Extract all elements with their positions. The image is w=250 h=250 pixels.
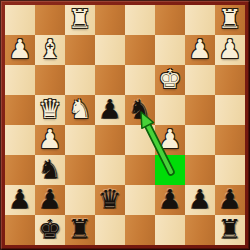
black-pawn[interactable]: ♟: [8, 184, 31, 214]
square-g1[interactable]: [185, 215, 215, 245]
square-f2[interactable]: ♟: [155, 185, 185, 215]
black-pawn[interactable]: ♟: [98, 94, 121, 124]
black-pawn[interactable]: ♟: [158, 184, 181, 214]
square-f4[interactable]: ♟: [155, 125, 185, 155]
square-f8[interactable]: [155, 5, 185, 35]
black-pawn[interactable]: ♟: [188, 184, 211, 214]
square-d6[interactable]: [95, 65, 125, 95]
square-e5[interactable]: ♞: [125, 95, 155, 125]
chess-board: ♜♜♟♝♟♟♚♛♞♟♞♟♟♞♟♟♛♟♟♟♚♜♜: [5, 5, 245, 245]
square-b7[interactable]: ♝: [35, 35, 65, 65]
square-e1[interactable]: [125, 215, 155, 245]
square-d3[interactable]: [95, 155, 125, 185]
square-c7[interactable]: [65, 35, 95, 65]
square-h8[interactable]: ♜: [215, 5, 245, 35]
white-pawn[interactable]: ♟: [8, 34, 31, 64]
black-pawn[interactable]: ♟: [38, 184, 61, 214]
square-d2[interactable]: ♛: [95, 185, 125, 215]
square-g4[interactable]: [185, 125, 215, 155]
white-pawn[interactable]: ♟: [38, 124, 61, 154]
square-c1[interactable]: ♜: [65, 215, 95, 245]
square-c5[interactable]: ♞: [65, 95, 95, 125]
square-b8[interactable]: [35, 5, 65, 35]
square-d4[interactable]: [95, 125, 125, 155]
square-h7[interactable]: ♟: [215, 35, 245, 65]
black-queen[interactable]: ♛: [98, 184, 121, 214]
square-e4[interactable]: [125, 125, 155, 155]
white-rook[interactable]: ♜: [218, 4, 241, 34]
square-a2[interactable]: ♟: [5, 185, 35, 215]
square-h6[interactable]: [215, 65, 245, 95]
white-bishop[interactable]: ♝: [38, 34, 61, 64]
square-d1[interactable]: [95, 215, 125, 245]
white-pawn[interactable]: ♟: [188, 34, 211, 64]
square-a5[interactable]: [5, 95, 35, 125]
square-f7[interactable]: [155, 35, 185, 65]
square-c6[interactable]: [65, 65, 95, 95]
square-e3[interactable]: [125, 155, 155, 185]
white-pawn[interactable]: ♟: [158, 124, 181, 154]
square-g2[interactable]: ♟: [185, 185, 215, 215]
square-d7[interactable]: [95, 35, 125, 65]
board-frame: ♜♜♟♝♟♟♚♛♞♟♞♟♟♞♟♟♛♟♟♟♚♜♜: [0, 0, 250, 250]
square-f3[interactable]: [155, 155, 185, 185]
square-a7[interactable]: ♟: [5, 35, 35, 65]
square-e2[interactable]: [125, 185, 155, 215]
square-c8[interactable]: ♜: [65, 5, 95, 35]
square-a1[interactable]: [5, 215, 35, 245]
square-g3[interactable]: [185, 155, 215, 185]
square-e8[interactable]: [125, 5, 155, 35]
square-b6[interactable]: [35, 65, 65, 95]
square-a3[interactable]: [5, 155, 35, 185]
black-knight[interactable]: ♞: [38, 154, 61, 184]
square-b2[interactable]: ♟: [35, 185, 65, 215]
square-h4[interactable]: [215, 125, 245, 155]
square-h5[interactable]: [215, 95, 245, 125]
square-b5[interactable]: ♛: [35, 95, 65, 125]
square-b1[interactable]: ♚: [35, 215, 65, 245]
square-h1[interactable]: ♜: [215, 215, 245, 245]
square-d8[interactable]: [95, 5, 125, 35]
white-knight[interactable]: ♞: [68, 94, 91, 124]
square-e6[interactable]: [125, 65, 155, 95]
white-king[interactable]: ♚: [158, 64, 181, 94]
square-g6[interactable]: [185, 65, 215, 95]
square-c3[interactable]: [65, 155, 95, 185]
square-c4[interactable]: [65, 125, 95, 155]
square-h3[interactable]: [215, 155, 245, 185]
white-queen[interactable]: ♛: [38, 94, 61, 124]
square-c2[interactable]: [65, 185, 95, 215]
square-f1[interactable]: [155, 215, 185, 245]
white-rook[interactable]: ♜: [68, 4, 91, 34]
square-g5[interactable]: [185, 95, 215, 125]
square-a4[interactable]: [5, 125, 35, 155]
black-knight[interactable]: ♞: [128, 94, 151, 124]
black-pawn[interactable]: ♟: [218, 184, 241, 214]
black-rook[interactable]: ♜: [218, 214, 241, 244]
square-b3[interactable]: ♞: [35, 155, 65, 185]
square-g7[interactable]: ♟: [185, 35, 215, 65]
square-h2[interactable]: ♟: [215, 185, 245, 215]
square-f5[interactable]: [155, 95, 185, 125]
square-b4[interactable]: ♟: [35, 125, 65, 155]
square-a6[interactable]: [5, 65, 35, 95]
square-e7[interactable]: [125, 35, 155, 65]
square-g8[interactable]: [185, 5, 215, 35]
black-king[interactable]: ♚: [38, 214, 61, 244]
black-rook[interactable]: ♜: [68, 214, 91, 244]
white-pawn[interactable]: ♟: [218, 34, 241, 64]
square-d5[interactable]: ♟: [95, 95, 125, 125]
square-a8[interactable]: [5, 5, 35, 35]
square-f6[interactable]: ♚: [155, 65, 185, 95]
